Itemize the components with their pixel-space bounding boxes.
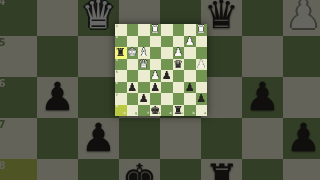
square-e2[interactable] [150,36,162,48]
square-a5 [283,36,320,77]
square-a2[interactable] [196,36,208,48]
square-h6[interactable]: 6 [115,82,127,94]
square-f8[interactable]: f [138,105,150,117]
square-g8[interactable]: g [127,105,139,117]
file-label-h: h [124,112,126,115]
square-e1[interactable]: ♜ [150,24,162,36]
file-label-a: a [204,112,206,115]
square-h5[interactable]: 5 [115,70,127,82]
white-pawn-b2-piece[interactable]: ♟ [185,36,195,47]
white-bishop-f3-piece[interactable]: ♝ [139,47,149,58]
black-pawn-a7-piece[interactable]: ♟ [196,93,206,104]
square-e3[interactable] [150,47,162,59]
rank-label-5: 5 [0,38,5,48]
square-c5 [201,36,242,77]
square-a4[interactable]: ♟ [196,59,208,71]
square-a8: a [283,159,320,180]
square-c8[interactable]: ♜c [173,105,185,117]
rank-label-6: 6 [116,82,118,85]
ghost-white-pawn-a4-piece: ♟ [286,0,320,34]
chess-board[interactable]: 1♜♜2♟♜3♚♝♟4♛♛♟5♟♟6♟♟♟7♟♟8hgf♚ed♜cba [115,24,207,116]
square-a6 [283,77,320,118]
square-a7[interactable]: ♟ [196,93,208,105]
square-f7[interactable]: ♟ [138,93,150,105]
black-king-e8-piece: ♚ [122,159,157,180]
square-e6[interactable]: ♟ [150,82,162,94]
square-g3[interactable]: ♚ [127,47,139,59]
black-pawn-g6-piece: ♟ [40,77,75,116]
square-a5[interactable] [196,70,208,82]
square-h8[interactable]: 8h [115,105,127,117]
square-h6: 6 [0,77,37,118]
square-f7: ♟ [78,118,119,159]
square-b6[interactable]: ♟ [184,82,196,94]
black-pawn-b6-piece: ♟ [245,77,280,116]
white-queen-f4-piece[interactable]: ♛ [139,59,149,70]
square-e7 [119,118,160,159]
square-c8: ♜c [201,159,242,180]
file-label-d: d [170,112,172,115]
square-b4[interactable] [184,59,196,71]
black-pawn-e6-piece[interactable]: ♟ [150,82,160,93]
square-g4 [37,0,78,36]
square-h4[interactable]: 4 [115,59,127,71]
rank-label-2: 2 [116,36,118,39]
black-pawn-f7-piece[interactable]: ♟ [139,93,149,104]
rank-label-4: 4 [0,0,5,7]
black-pawn-f7-piece: ♟ [81,118,116,157]
ghost-white-pawn-a4-piece[interactable]: ♟ [196,59,206,70]
square-b8: b [242,159,283,180]
rank-label-6: 6 [0,79,5,89]
square-f1[interactable] [138,24,150,36]
square-a7: ♟ [283,118,320,159]
square-h5: 5 [0,36,37,77]
square-d1[interactable] [161,24,173,36]
square-d7 [160,118,201,159]
rank-label-5: 5 [116,71,118,74]
square-d7[interactable] [161,93,173,105]
file-label-b: b [193,112,195,115]
black-rook-c8-piece[interactable]: ♜ [173,105,183,116]
square-f5 [78,36,119,77]
square-a1[interactable]: ♜ [196,24,208,36]
square-h7: 7 [0,118,37,159]
square-f8: f [78,159,119,180]
rank-label-4: 4 [116,59,118,62]
square-g5 [37,36,78,77]
square-c5[interactable] [173,70,185,82]
black-pawn-a7-piece: ♟ [286,118,320,157]
square-f4: ♛ [78,0,119,36]
square-d5[interactable]: ♟ [161,70,173,82]
white-king-g3-piece[interactable]: ♚ [127,47,137,58]
square-b7 [242,118,283,159]
square-f6 [78,77,119,118]
square-a8[interactable]: a [196,105,208,117]
square-c1[interactable] [173,24,185,36]
rank-label-8: 8 [116,105,118,108]
square-g1[interactable] [127,24,139,36]
square-g7 [37,118,78,159]
square-h4: 4 [0,0,37,36]
square-c7 [201,118,242,159]
black-rook-c8-piece: ♜ [204,159,239,180]
square-h7[interactable]: 7 [115,93,127,105]
square-b6: ♟ [242,77,283,118]
square-h3[interactable]: ♜3 [115,47,127,59]
square-c4[interactable]: ♛ [173,59,185,71]
square-b7[interactable] [184,93,196,105]
square-c4: ♛ [201,0,242,36]
square-a4: ♟ [283,0,320,36]
square-b5 [242,36,283,77]
black-pawn-b6-piece[interactable]: ♟ [185,82,195,93]
black-pawn-g6-piece[interactable]: ♟ [127,82,137,93]
rank-label-8: 8 [0,161,5,171]
square-g8: g [37,159,78,180]
black-rook-h3-piece[interactable]: ♜ [116,47,126,58]
video-frame: 1♜♜2♟♜3♚♝♟4♛♛♟5♟♟6♟♟♟7♟♟8hgf♚ed♜cba 1♜♜2… [0,0,320,180]
square-c6[interactable] [173,82,185,94]
square-h1[interactable]: 1 [115,24,127,36]
square-b2[interactable]: ♟ [184,36,196,48]
square-e8: ♚e [119,159,160,180]
file-label-f: f [147,112,148,115]
square-g6[interactable]: ♟ [127,82,139,94]
square-d8: d [160,159,201,180]
file-label-g: g [135,112,137,115]
black-pawn-d5-piece[interactable]: ♟ [162,70,172,81]
square-g4[interactable] [127,59,139,71]
square-f4[interactable]: ♛ [138,59,150,71]
square-d6[interactable] [161,82,173,94]
square-d2[interactable] [161,36,173,48]
rank-label-7: 7 [0,120,5,130]
square-d3[interactable] [161,47,173,59]
square-b3[interactable] [184,47,196,59]
black-queen-c4-piece[interactable]: ♛ [173,59,183,70]
square-h8: 8h [0,159,37,180]
square-d8[interactable]: d [161,105,173,117]
square-c6 [201,77,242,118]
white-pawn-e5-piece[interactable]: ♟ [150,70,160,81]
rank-label-7: 7 [116,94,118,97]
black-king-e8-piece[interactable]: ♚ [150,105,160,116]
black-queen-c4-piece: ♛ [204,0,239,34]
square-f5[interactable] [138,70,150,82]
square-b8[interactable]: b [184,105,196,117]
white-rook-e1-piece[interactable]: ♜ [150,24,160,35]
white-pawn-c3-piece[interactable]: ♟ [173,47,183,58]
white-rook-a1-piece[interactable]: ♜ [196,24,206,35]
rank-label-1: 1 [116,25,118,28]
square-b4 [242,0,283,36]
white-queen-f4-piece: ♛ [81,0,116,34]
square-e8[interactable]: ♚e [150,105,162,117]
square-g6: ♟ [37,77,78,118]
square-g7[interactable] [127,93,139,105]
